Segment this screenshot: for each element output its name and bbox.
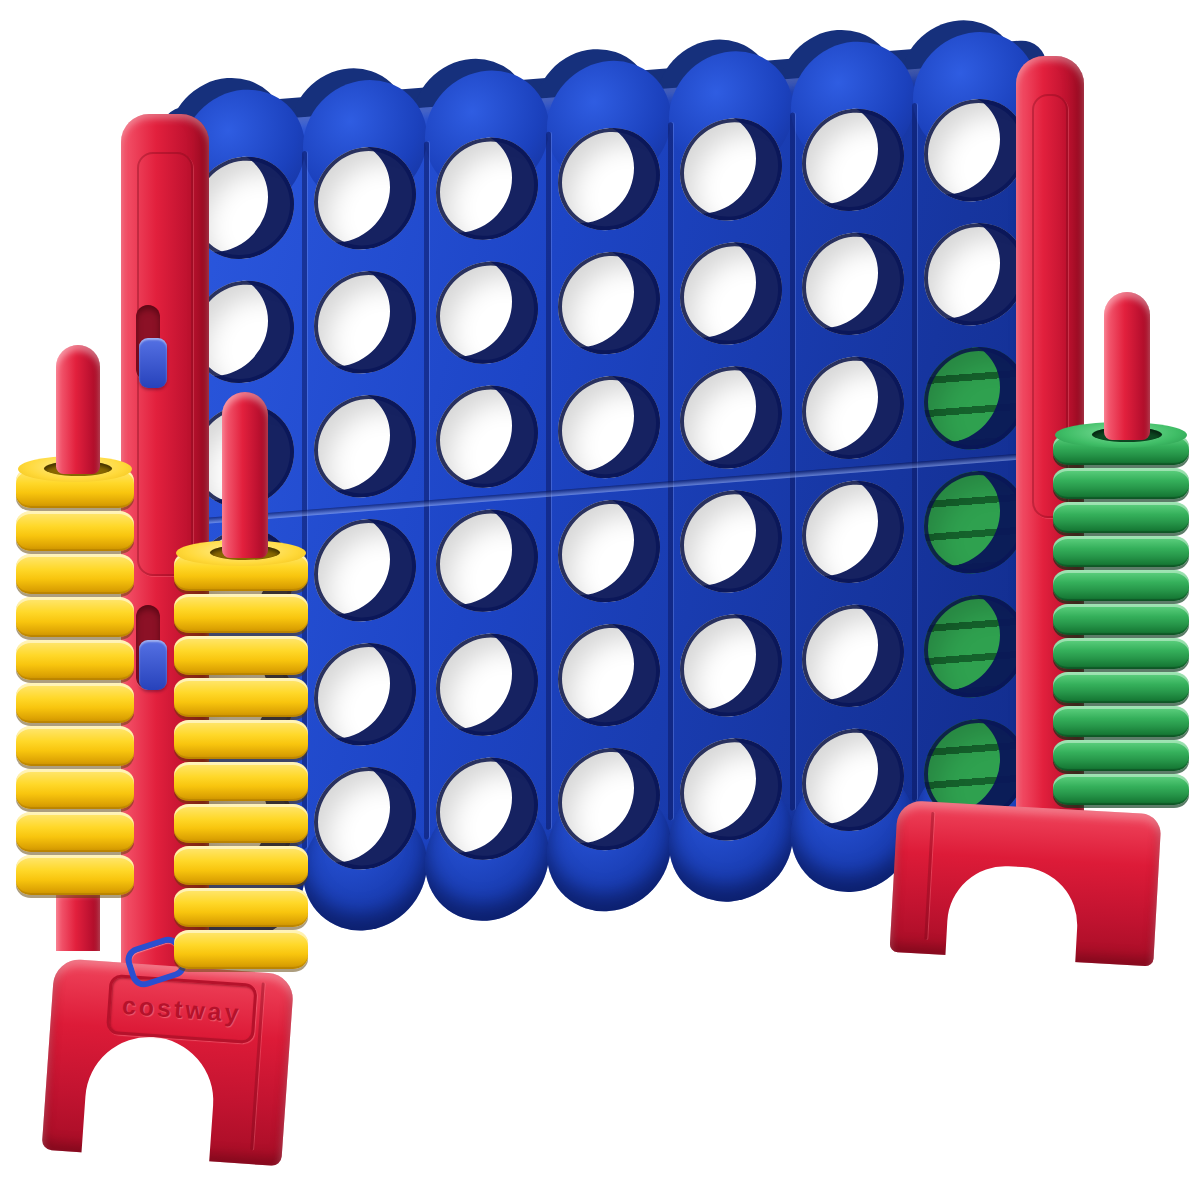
yellow-disc[interactable] bbox=[174, 720, 308, 759]
yellow-disc[interactable] bbox=[16, 812, 134, 852]
storage-peg-pole bbox=[1104, 292, 1150, 440]
brand-logo-text: costway bbox=[121, 990, 242, 1027]
yellow-disc[interactable] bbox=[174, 594, 308, 633]
product-photo-giant-connect-four: costway bbox=[0, 0, 1200, 1200]
column-rib bbox=[790, 112, 795, 810]
blue-latch-upper[interactable] bbox=[139, 338, 167, 388]
storage-stack-rear-left bbox=[16, 345, 134, 967]
green-disc[interactable] bbox=[1053, 672, 1189, 703]
yellow-disc[interactable] bbox=[174, 888, 308, 927]
yellow-disc[interactable] bbox=[174, 636, 308, 675]
latch-slot-upper bbox=[136, 305, 160, 381]
yellow-disc[interactable] bbox=[174, 846, 308, 885]
yellow-disc[interactable] bbox=[16, 597, 134, 637]
green-disc[interactable] bbox=[1053, 604, 1189, 635]
disc-stack bbox=[1053, 434, 1189, 805]
column-rib bbox=[912, 103, 917, 801]
yellow-disc[interactable] bbox=[174, 804, 308, 843]
yellow-disc[interactable] bbox=[16, 511, 134, 551]
green-disc[interactable] bbox=[1053, 638, 1189, 669]
column-rib bbox=[546, 132, 551, 830]
right-foot-arch-cutout bbox=[945, 863, 1080, 963]
yellow-disc[interactable] bbox=[16, 769, 134, 809]
green-disc[interactable] bbox=[1053, 774, 1189, 805]
column-rib bbox=[424, 141, 429, 839]
yellow-disc[interactable] bbox=[16, 640, 134, 680]
green-disc[interactable] bbox=[1053, 468, 1189, 499]
storage-peg-pole bbox=[222, 392, 268, 558]
base-ridge bbox=[924, 812, 934, 940]
yellow-disc[interactable] bbox=[16, 726, 134, 766]
green-disc[interactable] bbox=[1053, 740, 1189, 771]
disc-stack bbox=[16, 468, 134, 895]
yellow-disc[interactable] bbox=[16, 855, 134, 895]
green-disc[interactable] bbox=[1053, 570, 1189, 601]
blue-latch-lower[interactable] bbox=[139, 640, 167, 690]
green-disc[interactable] bbox=[1053, 706, 1189, 737]
storage-stack-front-left bbox=[174, 392, 308, 979]
column-rib bbox=[668, 122, 673, 820]
green-disc[interactable] bbox=[1053, 502, 1189, 533]
storage-stack-front-right bbox=[1053, 292, 1189, 815]
yellow-disc[interactable] bbox=[174, 678, 308, 717]
yellow-disc[interactable] bbox=[16, 554, 134, 594]
left-foot-arch-cutout bbox=[81, 1033, 217, 1163]
green-disc[interactable] bbox=[1053, 536, 1189, 567]
yellow-disc[interactable] bbox=[16, 683, 134, 723]
yellow-disc[interactable] bbox=[174, 762, 308, 801]
storage-peg-pole-lower bbox=[56, 889, 100, 951]
yellow-disc[interactable] bbox=[174, 930, 308, 969]
left-base-foot: costway bbox=[42, 958, 295, 1166]
brand-logo-plate: costway bbox=[106, 974, 258, 1044]
disc-stack bbox=[174, 552, 308, 969]
right-base-foot bbox=[890, 800, 1162, 966]
storage-peg-pole bbox=[56, 345, 100, 474]
